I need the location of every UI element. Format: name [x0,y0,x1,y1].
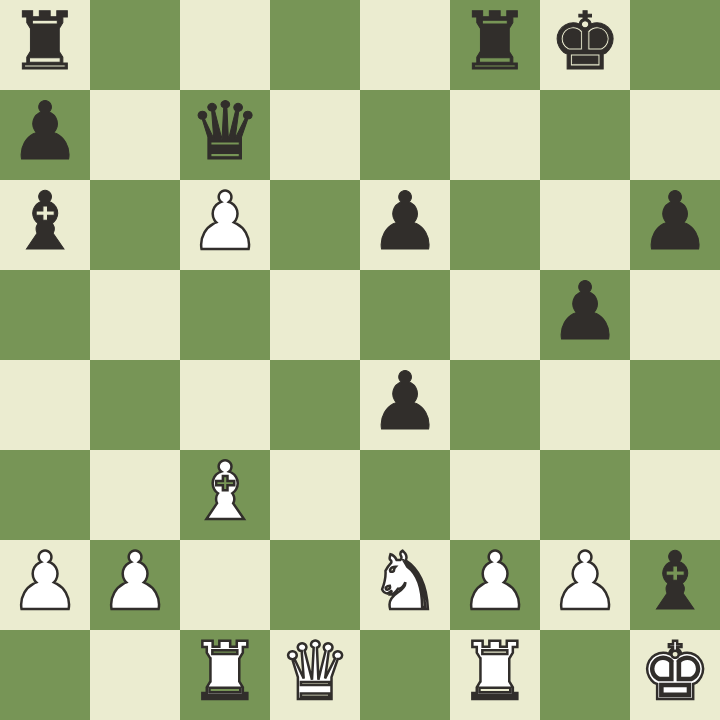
white-pawn[interactable]: ♟ [549,537,621,627]
square-b7[interactable] [90,90,180,180]
square-g3[interactable] [540,450,630,540]
square-e8[interactable] [360,0,450,90]
square-d8[interactable] [270,0,360,90]
square-e1[interactable] [360,630,450,720]
square-e4[interactable]: ♟ [360,360,450,450]
square-h6[interactable]: ♟ [630,180,720,270]
square-a4[interactable] [0,360,90,450]
square-c4[interactable] [180,360,270,450]
square-d1[interactable]: ♛ [270,630,360,720]
square-g1[interactable] [540,630,630,720]
white-knight[interactable]: ♞ [369,537,441,627]
black-rook[interactable]: ♜ [459,0,531,87]
white-pawn[interactable]: ♟ [189,177,261,267]
square-f2[interactable]: ♟ [450,540,540,630]
black-pawn[interactable]: ♟ [549,267,621,357]
white-queen[interactable]: ♛ [279,627,351,717]
square-d7[interactable] [270,90,360,180]
square-e5[interactable] [360,270,450,360]
square-a1[interactable] [0,630,90,720]
square-e3[interactable] [360,450,450,540]
black-pawn[interactable]: ♟ [639,177,711,267]
white-pawn[interactable]: ♟ [459,537,531,627]
square-g4[interactable] [540,360,630,450]
white-bishop[interactable]: ♝ [189,447,261,537]
white-king[interactable]: ♚ [639,627,711,717]
square-h8[interactable] [630,0,720,90]
square-g8[interactable]: ♚ [540,0,630,90]
square-d4[interactable] [270,360,360,450]
square-f6[interactable] [450,180,540,270]
square-a2[interactable]: ♟ [0,540,90,630]
square-h1[interactable]: ♚ [630,630,720,720]
black-pawn[interactable]: ♟ [369,177,441,267]
square-f4[interactable] [450,360,540,450]
square-e2[interactable]: ♞ [360,540,450,630]
square-c5[interactable] [180,270,270,360]
square-b8[interactable] [90,0,180,90]
square-d2[interactable] [270,540,360,630]
square-f5[interactable] [450,270,540,360]
black-queen[interactable]: ♛ [189,87,261,177]
white-pawn[interactable]: ♟ [9,537,81,627]
square-b3[interactable] [90,450,180,540]
square-c1[interactable]: ♜ [180,630,270,720]
square-d3[interactable] [270,450,360,540]
square-f1[interactable]: ♜ [450,630,540,720]
square-b1[interactable] [90,630,180,720]
square-a7[interactable]: ♟ [0,90,90,180]
square-g2[interactable]: ♟ [540,540,630,630]
square-d5[interactable] [270,270,360,360]
square-a8[interactable]: ♜ [0,0,90,90]
square-h5[interactable] [630,270,720,360]
square-h4[interactable] [630,360,720,450]
square-g5[interactable]: ♟ [540,270,630,360]
square-c2[interactable] [180,540,270,630]
square-e6[interactable]: ♟ [360,180,450,270]
square-f7[interactable] [450,90,540,180]
square-h2[interactable]: ♝ [630,540,720,630]
white-rook[interactable]: ♜ [189,627,261,717]
black-rook[interactable]: ♜ [9,0,81,87]
square-e7[interactable] [360,90,450,180]
black-pawn[interactable]: ♟ [9,87,81,177]
square-b6[interactable] [90,180,180,270]
square-c7[interactable]: ♛ [180,90,270,180]
square-f3[interactable] [450,450,540,540]
black-bishop[interactable]: ♝ [9,177,81,267]
square-c8[interactable] [180,0,270,90]
black-bishop[interactable]: ♝ [639,537,711,627]
square-f8[interactable]: ♜ [450,0,540,90]
square-d6[interactable] [270,180,360,270]
square-h3[interactable] [630,450,720,540]
black-king[interactable]: ♚ [549,0,621,87]
square-a5[interactable] [0,270,90,360]
square-a6[interactable]: ♝ [0,180,90,270]
black-pawn[interactable]: ♟ [369,357,441,447]
square-b5[interactable] [90,270,180,360]
square-c6[interactable]: ♟ [180,180,270,270]
square-g6[interactable] [540,180,630,270]
square-b4[interactable] [90,360,180,450]
square-b2[interactable]: ♟ [90,540,180,630]
square-a3[interactable] [0,450,90,540]
white-rook[interactable]: ♜ [459,627,531,717]
chess-board: ♜♜♚♟♛♝♟♟♟♟♟♝♟♟♞♟♟♝♜♛♜♚ [0,0,720,720]
square-h7[interactable] [630,90,720,180]
square-g7[interactable] [540,90,630,180]
square-c3[interactable]: ♝ [180,450,270,540]
white-pawn[interactable]: ♟ [99,537,171,627]
